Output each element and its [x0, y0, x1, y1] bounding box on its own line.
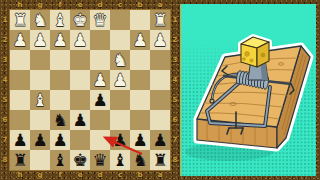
coord-label: f — [50, 0, 70, 10]
square-h8[interactable]: ♜ — [10, 150, 30, 170]
square-f3[interactable] — [50, 50, 70, 70]
coord-label: 8 — [170, 150, 180, 170]
coord-label: 6 — [170, 110, 180, 130]
square-b6[interactable] — [130, 110, 150, 130]
white-queen[interactable]: ♛ — [92, 10, 107, 30]
white-pawn[interactable]: ♟ — [152, 30, 167, 50]
black-queen[interactable]: ♛ — [92, 150, 107, 170]
square-b1[interactable] — [130, 10, 150, 30]
black-pawn[interactable]: ♟ — [112, 130, 127, 150]
square-a6[interactable] — [150, 110, 170, 130]
square-h6[interactable] — [10, 110, 30, 130]
square-b8[interactable]: ♞ — [130, 150, 150, 170]
file-labels-top: hgfedcba — [10, 0, 170, 10]
square-e2[interactable]: ♟ — [70, 30, 90, 50]
white-pawn[interactable]: ♟ — [12, 30, 27, 50]
square-h4[interactable] — [10, 70, 30, 90]
black-pawn[interactable]: ♟ — [52, 130, 67, 150]
square-f2[interactable]: ♟ — [50, 30, 70, 50]
coord-label: b — [130, 170, 150, 180]
white-pawn[interactable]: ♟ — [92, 70, 107, 90]
coord-label: 1 — [170, 10, 180, 30]
black-bishop[interactable]: ♝ — [112, 150, 127, 170]
square-f5[interactable] — [50, 90, 70, 110]
coord-label: c — [110, 0, 130, 10]
coord-label: 4 — [0, 70, 10, 90]
square-d7[interactable] — [90, 130, 110, 150]
black-pawn[interactable]: ♟ — [72, 110, 87, 130]
square-e8[interactable]: ♚ — [70, 150, 90, 170]
coord-label: 8 — [0, 150, 10, 170]
square-e5[interactable] — [70, 90, 90, 110]
file-labels-bottom: hgfedcba — [10, 170, 170, 180]
coord-label: 3 — [0, 50, 10, 70]
coord-label: 6 — [0, 110, 10, 130]
coord-label: 7 — [0, 130, 10, 150]
square-b7[interactable]: ♟ — [130, 130, 150, 150]
square-d6[interactable] — [90, 110, 110, 130]
black-pawn[interactable]: ♟ — [152, 130, 167, 150]
square-c4[interactable]: ♟ — [110, 70, 130, 90]
square-d8[interactable]: ♛ — [90, 150, 110, 170]
white-rook[interactable]: ♜ — [12, 10, 27, 30]
black-pawn[interactable]: ♟ — [92, 90, 107, 110]
square-c2[interactable] — [110, 30, 130, 50]
square-a3[interactable] — [150, 50, 170, 70]
square-h7[interactable]: ♟ — [10, 130, 30, 150]
white-pawn[interactable]: ♟ — [52, 30, 67, 50]
black-knight[interactable]: ♞ — [132, 150, 147, 170]
square-f8[interactable]: ♝ — [50, 150, 70, 170]
square-a1[interactable]: ♜ — [150, 10, 170, 30]
square-b2[interactable]: ♟ — [130, 30, 150, 50]
white-pawn[interactable]: ♟ — [112, 70, 127, 90]
white-pawn[interactable]: ♟ — [32, 30, 47, 50]
square-d5[interactable]: ♟ — [90, 90, 110, 110]
square-e1[interactable]: ♚ — [70, 10, 90, 30]
square-h1[interactable]: ♜ — [10, 10, 30, 30]
square-g5[interactable]: ♝ — [30, 90, 50, 110]
coord-label: b — [130, 0, 150, 10]
square-a2[interactable]: ♟ — [150, 30, 170, 50]
square-h2[interactable]: ♟ — [10, 30, 30, 50]
square-d4[interactable]: ♟ — [90, 70, 110, 90]
square-e6[interactable]: ♟ — [70, 110, 90, 130]
square-g4[interactable] — [30, 70, 50, 90]
rank-labels-left: 12345678 — [0, 10, 10, 170]
screen: hgfedcba hgfedcba 12345678 12345678 ♜♞♝♚… — [0, 0, 320, 180]
coord-label: g — [30, 0, 50, 10]
coord-label: a — [150, 0, 170, 10]
coord-label: d — [90, 0, 110, 10]
black-pawn[interactable]: ♟ — [32, 130, 47, 150]
square-f1[interactable]: ♝ — [50, 10, 70, 30]
white-rook[interactable]: ♜ — [152, 10, 167, 30]
coord-label: h — [10, 170, 30, 180]
black-pawn[interactable]: ♟ — [12, 130, 27, 150]
square-c8[interactable]: ♝ — [110, 150, 130, 170]
cheese — [241, 37, 269, 67]
square-c3[interactable]: ♞ — [110, 50, 130, 70]
square-f4[interactable] — [50, 70, 70, 90]
square-a5[interactable] — [150, 90, 170, 110]
black-king[interactable]: ♚ — [72, 150, 87, 170]
coord-label: a — [150, 170, 170, 180]
square-g3[interactable] — [30, 50, 50, 70]
coord-label: g — [30, 170, 50, 180]
coord-label: 1 — [0, 10, 10, 30]
white-knight[interactable]: ♞ — [112, 50, 127, 70]
coord-label: c — [110, 170, 130, 180]
chess-board[interactable]: ♜♞♝♚♛♜♟♟♟♟♟♟♞♟♟♝♟♞♟♟♟♟♟♟♟♜♝♚♛♝♞♜ — [10, 10, 170, 170]
square-g7[interactable]: ♟ — [30, 130, 50, 150]
coord-label: 7 — [170, 130, 180, 150]
square-b5[interactable] — [130, 90, 150, 110]
coord-label: 5 — [170, 90, 180, 110]
white-pawn[interactable]: ♟ — [132, 30, 147, 50]
square-e4[interactable] — [70, 70, 90, 90]
square-f6[interactable]: ♞ — [50, 110, 70, 130]
square-h5[interactable] — [10, 90, 30, 110]
square-e3[interactable] — [70, 50, 90, 70]
square-c7[interactable]: ♟ — [110, 130, 130, 150]
square-g1[interactable]: ♞ — [30, 10, 50, 30]
square-a8[interactable]: ♜ — [150, 150, 170, 170]
square-c1[interactable] — [110, 10, 130, 30]
white-bishop[interactable]: ♝ — [32, 90, 47, 110]
square-d3[interactable] — [90, 50, 110, 70]
square-b4[interactable] — [130, 70, 150, 90]
black-rook[interactable]: ♜ — [12, 150, 27, 170]
coord-label: 2 — [170, 30, 180, 50]
square-d1[interactable]: ♛ — [90, 10, 110, 30]
coord-label: h — [10, 0, 30, 10]
white-king[interactable]: ♚ — [72, 10, 87, 30]
coord-label: f — [50, 170, 70, 180]
coord-label: e — [70, 0, 90, 10]
square-b3[interactable] — [130, 50, 150, 70]
coord-label: e — [70, 170, 90, 180]
black-bishop[interactable]: ♝ — [52, 150, 67, 170]
square-f7[interactable]: ♟ — [50, 130, 70, 150]
black-knight[interactable]: ♞ — [52, 110, 67, 130]
square-h3[interactable] — [10, 50, 30, 70]
pop-art-panel — [180, 4, 316, 176]
white-knight[interactable]: ♞ — [32, 10, 47, 30]
coord-label: 5 — [0, 90, 10, 110]
coord-label: 3 — [170, 50, 180, 70]
square-a7[interactable]: ♟ — [150, 130, 170, 150]
square-c6[interactable] — [110, 110, 130, 130]
rank-labels-right: 12345678 — [170, 10, 180, 170]
white-bishop[interactable]: ♝ — [52, 10, 67, 30]
coord-label: 4 — [170, 70, 180, 90]
black-pawn[interactable]: ♟ — [132, 130, 147, 150]
square-d2[interactable] — [90, 30, 110, 50]
square-g8[interactable] — [30, 150, 50, 170]
square-g6[interactable] — [30, 110, 50, 130]
square-a4[interactable] — [150, 70, 170, 90]
coord-label: d — [90, 170, 110, 180]
white-pawn[interactable]: ♟ — [72, 30, 87, 50]
black-rook[interactable]: ♜ — [152, 150, 167, 170]
square-g2[interactable]: ♟ — [30, 30, 50, 50]
mousetrap-illustration — [181, 4, 316, 176]
coord-label: 2 — [0, 30, 10, 50]
square-c5[interactable] — [110, 90, 130, 110]
square-e7[interactable] — [70, 130, 90, 150]
